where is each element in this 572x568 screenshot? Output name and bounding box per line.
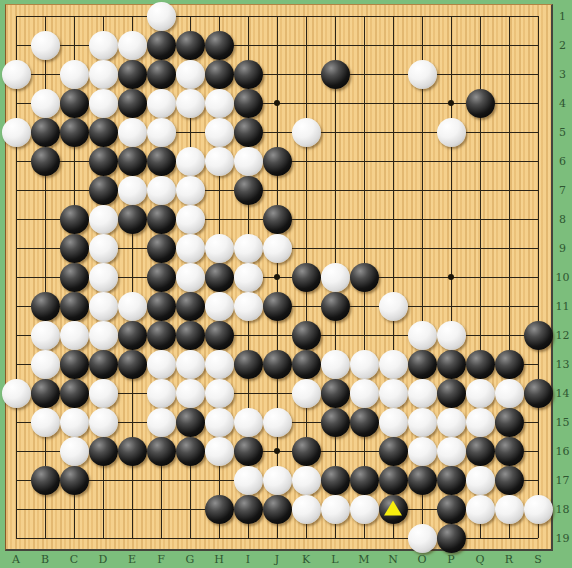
stone-white-A14 bbox=[2, 379, 31, 408]
stone-black-E12 bbox=[118, 321, 147, 350]
stone-white-H4 bbox=[205, 89, 234, 118]
stone-black-G15 bbox=[176, 408, 205, 437]
stone-white-I11 bbox=[234, 292, 263, 321]
stone-white-H16 bbox=[205, 437, 234, 466]
stone-black-B11 bbox=[31, 292, 60, 321]
stone-black-B14 bbox=[31, 379, 60, 408]
col-label-P: P bbox=[437, 551, 466, 568]
stone-white-K18 bbox=[292, 495, 321, 524]
stone-white-Q15 bbox=[466, 408, 495, 437]
stone-black-B6 bbox=[31, 147, 60, 176]
stone-white-B12 bbox=[31, 321, 60, 350]
stone-white-O12 bbox=[408, 321, 437, 350]
col-label-A: A bbox=[2, 551, 31, 568]
stone-black-F12 bbox=[147, 321, 176, 350]
stone-white-E5 bbox=[118, 118, 147, 147]
stone-white-I17 bbox=[234, 466, 263, 495]
stone-white-N15 bbox=[379, 408, 408, 437]
stone-white-I6 bbox=[234, 147, 263, 176]
stone-black-D5 bbox=[89, 118, 118, 147]
stone-black-E4 bbox=[118, 89, 147, 118]
row-labels: 12345678910111213141516171819 bbox=[553, 2, 572, 553]
stone-white-Q14 bbox=[466, 379, 495, 408]
stone-black-Q4 bbox=[466, 89, 495, 118]
stone-white-I15 bbox=[234, 408, 263, 437]
stone-white-R14 bbox=[495, 379, 524, 408]
col-label-I: I bbox=[234, 551, 263, 568]
row-label-3: 3 bbox=[553, 60, 572, 89]
stone-white-A3 bbox=[2, 60, 31, 89]
row-label-11: 11 bbox=[553, 292, 572, 321]
stone-black-M17 bbox=[350, 466, 379, 495]
stone-white-P16 bbox=[437, 437, 466, 466]
stone-black-N18 bbox=[379, 495, 408, 524]
stone-black-N16 bbox=[379, 437, 408, 466]
row-label-5: 5 bbox=[553, 118, 572, 147]
stone-black-I16 bbox=[234, 437, 263, 466]
row-label-9: 9 bbox=[553, 234, 572, 263]
stone-black-R15 bbox=[495, 408, 524, 437]
col-label-M: M bbox=[350, 551, 379, 568]
stone-black-K16 bbox=[292, 437, 321, 466]
stone-black-F3 bbox=[147, 60, 176, 89]
last-move-marker bbox=[384, 501, 402, 516]
stone-white-E7 bbox=[118, 176, 147, 205]
stone-black-L3 bbox=[321, 60, 350, 89]
stone-black-C10 bbox=[60, 263, 89, 292]
col-label-J: J bbox=[263, 551, 292, 568]
stone-black-P19 bbox=[437, 524, 466, 553]
stone-white-D8 bbox=[89, 205, 118, 234]
stone-black-E3 bbox=[118, 60, 147, 89]
stone-white-C15 bbox=[60, 408, 89, 437]
stone-black-F9 bbox=[147, 234, 176, 263]
stone-white-H9 bbox=[205, 234, 234, 263]
stone-white-C16 bbox=[60, 437, 89, 466]
stone-white-F14 bbox=[147, 379, 176, 408]
stones-layer bbox=[2, 2, 553, 553]
stone-white-L10 bbox=[321, 263, 350, 292]
col-label-C: C bbox=[60, 551, 89, 568]
stone-black-E13 bbox=[118, 350, 147, 379]
stone-black-I18 bbox=[234, 495, 263, 524]
stone-black-C11 bbox=[60, 292, 89, 321]
stone-black-P14 bbox=[437, 379, 466, 408]
stone-black-P18 bbox=[437, 495, 466, 524]
stone-black-J13 bbox=[263, 350, 292, 379]
stone-black-C8 bbox=[60, 205, 89, 234]
stone-black-L14 bbox=[321, 379, 350, 408]
row-label-18: 18 bbox=[553, 495, 572, 524]
stone-white-N14 bbox=[379, 379, 408, 408]
row-label-2: 2 bbox=[553, 31, 572, 60]
stone-white-F15 bbox=[147, 408, 176, 437]
stone-white-B2 bbox=[31, 31, 60, 60]
stone-black-O17 bbox=[408, 466, 437, 495]
stone-white-D10 bbox=[89, 263, 118, 292]
stone-white-K14 bbox=[292, 379, 321, 408]
stone-black-J6 bbox=[263, 147, 292, 176]
stone-black-I7 bbox=[234, 176, 263, 205]
stone-black-Q16 bbox=[466, 437, 495, 466]
stone-white-Q18 bbox=[466, 495, 495, 524]
stone-black-L15 bbox=[321, 408, 350, 437]
stone-white-H14 bbox=[205, 379, 234, 408]
col-label-E: E bbox=[118, 551, 147, 568]
stone-white-E11 bbox=[118, 292, 147, 321]
stone-black-R13 bbox=[495, 350, 524, 379]
stone-white-D2 bbox=[89, 31, 118, 60]
column-labels: ABCDEFGHIJKLMNOPQRS bbox=[2, 551, 553, 568]
stone-black-H2 bbox=[205, 31, 234, 60]
stone-white-B15 bbox=[31, 408, 60, 437]
col-label-O: O bbox=[408, 551, 437, 568]
stone-white-J17 bbox=[263, 466, 292, 495]
stone-white-D14 bbox=[89, 379, 118, 408]
stone-black-I4 bbox=[234, 89, 263, 118]
stone-white-D9 bbox=[89, 234, 118, 263]
stone-black-S12 bbox=[524, 321, 553, 350]
col-label-B: B bbox=[31, 551, 60, 568]
stone-white-K17 bbox=[292, 466, 321, 495]
stone-white-N13 bbox=[379, 350, 408, 379]
stone-white-C3 bbox=[60, 60, 89, 89]
stone-black-P13 bbox=[437, 350, 466, 379]
stone-white-B4 bbox=[31, 89, 60, 118]
col-label-Q: Q bbox=[466, 551, 495, 568]
stone-black-D16 bbox=[89, 437, 118, 466]
stone-white-P12 bbox=[437, 321, 466, 350]
stone-black-K10 bbox=[292, 263, 321, 292]
row-label-7: 7 bbox=[553, 176, 572, 205]
row-label-15: 15 bbox=[553, 408, 572, 437]
row-label-1: 1 bbox=[553, 2, 572, 31]
col-label-L: L bbox=[321, 551, 350, 568]
stone-black-J18 bbox=[263, 495, 292, 524]
stone-white-D11 bbox=[89, 292, 118, 321]
stone-white-D3 bbox=[89, 60, 118, 89]
stone-black-C5 bbox=[60, 118, 89, 147]
stone-black-I13 bbox=[234, 350, 263, 379]
stone-white-H15 bbox=[205, 408, 234, 437]
stone-white-F13 bbox=[147, 350, 176, 379]
stone-black-H3 bbox=[205, 60, 234, 89]
stone-white-P15 bbox=[437, 408, 466, 437]
stone-black-F8 bbox=[147, 205, 176, 234]
stone-black-D7 bbox=[89, 176, 118, 205]
stone-black-C13 bbox=[60, 350, 89, 379]
stone-black-I3 bbox=[234, 60, 263, 89]
stone-white-M18 bbox=[350, 495, 379, 524]
stone-white-O14 bbox=[408, 379, 437, 408]
stone-black-G16 bbox=[176, 437, 205, 466]
stone-white-G9 bbox=[176, 234, 205, 263]
col-label-N: N bbox=[379, 551, 408, 568]
row-label-13: 13 bbox=[553, 350, 572, 379]
col-label-S: S bbox=[524, 551, 553, 568]
stone-white-I9 bbox=[234, 234, 263, 263]
stone-black-I5 bbox=[234, 118, 263, 147]
stone-black-D13 bbox=[89, 350, 118, 379]
stone-black-G11 bbox=[176, 292, 205, 321]
stone-white-H13 bbox=[205, 350, 234, 379]
stone-black-L11 bbox=[321, 292, 350, 321]
stone-black-N17 bbox=[379, 466, 408, 495]
stone-white-M14 bbox=[350, 379, 379, 408]
stone-black-E6 bbox=[118, 147, 147, 176]
stone-white-L13 bbox=[321, 350, 350, 379]
stone-black-F16 bbox=[147, 437, 176, 466]
stone-white-J9 bbox=[263, 234, 292, 263]
stone-white-G10 bbox=[176, 263, 205, 292]
row-label-17: 17 bbox=[553, 466, 572, 495]
row-label-12: 12 bbox=[553, 321, 572, 350]
stone-black-J8 bbox=[263, 205, 292, 234]
stone-white-G4 bbox=[176, 89, 205, 118]
stone-white-H6 bbox=[205, 147, 234, 176]
stone-black-H12 bbox=[205, 321, 234, 350]
stone-white-F4 bbox=[147, 89, 176, 118]
col-label-G: G bbox=[176, 551, 205, 568]
stone-white-M13 bbox=[350, 350, 379, 379]
stone-white-G14 bbox=[176, 379, 205, 408]
stone-black-F2 bbox=[147, 31, 176, 60]
stone-white-G8 bbox=[176, 205, 205, 234]
stone-white-G13 bbox=[176, 350, 205, 379]
stone-black-B5 bbox=[31, 118, 60, 147]
stone-white-F1 bbox=[147, 2, 176, 31]
stone-black-M15 bbox=[350, 408, 379, 437]
stone-white-G3 bbox=[176, 60, 205, 89]
stone-white-L18 bbox=[321, 495, 350, 524]
stone-white-Q17 bbox=[466, 466, 495, 495]
row-label-4: 4 bbox=[553, 89, 572, 118]
stone-black-P17 bbox=[437, 466, 466, 495]
stone-black-C9 bbox=[60, 234, 89, 263]
stone-black-Q13 bbox=[466, 350, 495, 379]
stone-black-G12 bbox=[176, 321, 205, 350]
stone-black-O13 bbox=[408, 350, 437, 379]
stone-white-N11 bbox=[379, 292, 408, 321]
stone-white-P5 bbox=[437, 118, 466, 147]
row-label-10: 10 bbox=[553, 263, 572, 292]
col-label-H: H bbox=[205, 551, 234, 568]
stone-black-F10 bbox=[147, 263, 176, 292]
stone-black-C17 bbox=[60, 466, 89, 495]
stone-white-E2 bbox=[118, 31, 147, 60]
stone-black-B17 bbox=[31, 466, 60, 495]
stone-black-S14 bbox=[524, 379, 553, 408]
stone-black-C14 bbox=[60, 379, 89, 408]
stone-black-K12 bbox=[292, 321, 321, 350]
stone-white-K5 bbox=[292, 118, 321, 147]
stone-white-H5 bbox=[205, 118, 234, 147]
stone-white-O19 bbox=[408, 524, 437, 553]
stone-white-O16 bbox=[408, 437, 437, 466]
stone-white-A5 bbox=[2, 118, 31, 147]
stone-white-O15 bbox=[408, 408, 437, 437]
col-label-F: F bbox=[147, 551, 176, 568]
stone-white-D4 bbox=[89, 89, 118, 118]
row-label-19: 19 bbox=[553, 524, 572, 553]
stone-white-I10 bbox=[234, 263, 263, 292]
col-label-R: R bbox=[495, 551, 524, 568]
stone-white-G6 bbox=[176, 147, 205, 176]
stone-black-J11 bbox=[263, 292, 292, 321]
row-label-6: 6 bbox=[553, 147, 572, 176]
stone-white-D15 bbox=[89, 408, 118, 437]
stone-white-O3 bbox=[408, 60, 437, 89]
stone-black-G2 bbox=[176, 31, 205, 60]
stone-black-H18 bbox=[205, 495, 234, 524]
stone-black-M10 bbox=[350, 263, 379, 292]
stone-white-R18 bbox=[495, 495, 524, 524]
stone-black-L17 bbox=[321, 466, 350, 495]
stone-white-J15 bbox=[263, 408, 292, 437]
stone-white-H11 bbox=[205, 292, 234, 321]
stone-black-C4 bbox=[60, 89, 89, 118]
stone-black-H10 bbox=[205, 263, 234, 292]
go-game-window: ABCDEFGHIJKLMNOPQRS 12345678910111213141… bbox=[0, 0, 572, 568]
stone-white-C12 bbox=[60, 321, 89, 350]
stone-black-K13 bbox=[292, 350, 321, 379]
stone-white-G7 bbox=[176, 176, 205, 205]
stone-white-F7 bbox=[147, 176, 176, 205]
col-label-K: K bbox=[292, 551, 321, 568]
stone-black-R17 bbox=[495, 466, 524, 495]
stone-white-S18 bbox=[524, 495, 553, 524]
col-label-D: D bbox=[89, 551, 118, 568]
stone-white-F5 bbox=[147, 118, 176, 147]
stone-black-E16 bbox=[118, 437, 147, 466]
row-label-14: 14 bbox=[553, 379, 572, 408]
stone-black-R16 bbox=[495, 437, 524, 466]
stone-white-D12 bbox=[89, 321, 118, 350]
stone-black-E8 bbox=[118, 205, 147, 234]
stone-white-B13 bbox=[31, 350, 60, 379]
row-label-16: 16 bbox=[553, 437, 572, 466]
row-label-8: 8 bbox=[553, 205, 572, 234]
stone-black-F6 bbox=[147, 147, 176, 176]
stone-black-F11 bbox=[147, 292, 176, 321]
stone-black-D6 bbox=[89, 147, 118, 176]
